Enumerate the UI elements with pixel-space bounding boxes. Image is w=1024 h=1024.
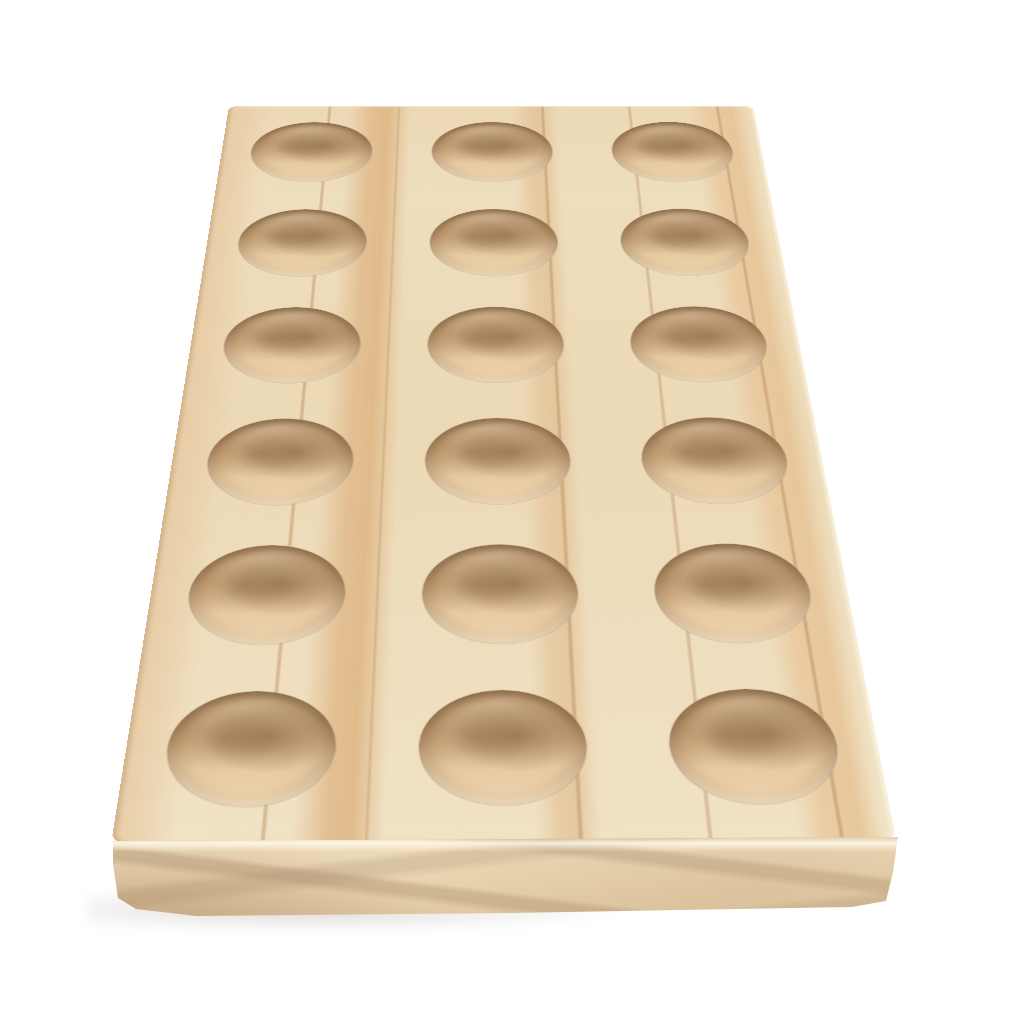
- pit-r1-c1: [247, 122, 374, 182]
- pit-r6-c1: [160, 691, 340, 807]
- pit-r1-c2: [431, 122, 554, 182]
- pit-r3-c2: [427, 307, 566, 383]
- pit-cell-r2-c1: [199, 195, 400, 292]
- pit-cell-r6-c3: [622, 665, 895, 832]
- pit-r2-c3: [617, 209, 753, 276]
- pit-r5-c2: [421, 544, 580, 644]
- pit-cell-r1-c3: [579, 110, 770, 196]
- pit-r6-c2: [418, 690, 590, 806]
- pit-cell-r4-c3: [601, 399, 834, 523]
- product-photo-scene: [0, 0, 1024, 1024]
- pit-r2-c1: [234, 209, 369, 276]
- pit-cell-r4-c1: [162, 400, 392, 525]
- pit-r4-c1: [202, 418, 356, 505]
- pit-r4-c2: [424, 418, 572, 505]
- pit-cell-r2-c2: [396, 195, 593, 291]
- pit-r2-c2: [429, 209, 559, 276]
- pit-r6-c3: [664, 689, 847, 805]
- pit-cell-r3-c1: [182, 292, 397, 401]
- pit-cell-r2-c3: [586, 195, 790, 291]
- pit-r3-c1: [219, 307, 363, 383]
- pit-cell-r6-c1: [112, 667, 380, 834]
- pit-cell-r3-c3: [593, 291, 810, 400]
- pit-cell-r1-c2: [400, 110, 585, 196]
- pit-r5-c1: [182, 545, 348, 645]
- pit-cell-r5-c1: [139, 524, 387, 668]
- pit-cell-r1-c1: [215, 110, 404, 196]
- pit-cell-r6-c2: [374, 666, 635, 833]
- pit-cell-r3-c2: [392, 291, 601, 400]
- board-top-face: [111, 106, 896, 843]
- pit-r4-c3: [638, 417, 794, 504]
- pit-r1-c3: [609, 122, 737, 182]
- pit-cell-r5-c3: [611, 523, 862, 666]
- pit-r3-c3: [627, 307, 773, 383]
- pit-r5-c3: [650, 543, 818, 643]
- pit-cell-r4-c2: [387, 400, 611, 525]
- pit-cell-r5-c2: [381, 524, 622, 667]
